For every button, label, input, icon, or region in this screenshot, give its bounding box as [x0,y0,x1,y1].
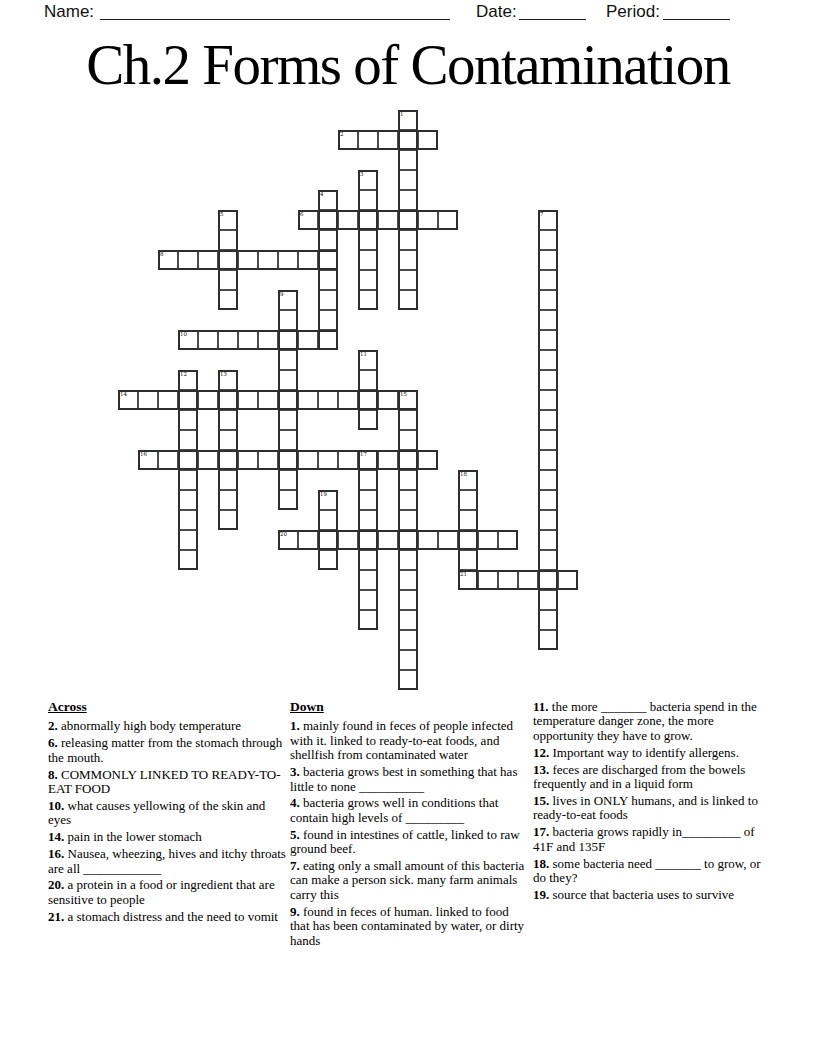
clue-item: 12. Important way to identify allergens. [533,746,773,760]
clue-number: 8 [160,252,163,257]
clue-number: 6 [300,212,303,217]
clue-item: 4. bacteria grows well in conditions tha… [290,796,530,825]
clue-number: 9 [280,292,283,297]
across-clue-list: 2. abnormally high body temperature6. re… [48,719,288,924]
date-blank-line[interactable] [519,4,586,20]
clue-item: 2. abnormally high body temperature [48,719,288,733]
clue-item: 19. source that bacteria uses to survive [533,888,773,902]
clue-item: 6. releasing matter from the stomach thr… [48,736,288,765]
across-clues-column: Across 2. abnormally high body temperatu… [48,700,288,927]
clue-number: 19 [320,492,327,497]
word-outline [178,370,198,570]
clue-item: 20. a protein in a food or ingredient th… [48,878,288,907]
word-outline [358,450,378,630]
clue-number: 13 [220,372,227,377]
clue-number: 5 [220,212,223,217]
clue-item: 3. bacteria grows best in something that… [290,765,530,794]
worksheet-page: Name: Date: Period: Ch.2 Forms of Contam… [0,0,816,1056]
clue-item: 15. lives in ONLY humans, and is linked … [533,794,773,823]
word-outline [538,210,558,650]
word-outline [218,370,238,530]
clue-number: 10 [180,332,187,337]
word-outline [278,290,298,510]
word-outline [158,250,338,270]
clue-number: 2 [340,132,343,137]
clue-item: 17. bacteria grows rapidly in_________ o… [533,825,773,854]
period-label: Period: [606,2,660,22]
word-outline [318,490,338,570]
date-label: Date: [476,2,517,22]
clue-item: 21. a stomach distress and the need to v… [48,910,288,924]
clue-number: 14 [120,392,127,397]
clue-item: 7. eating only a small amount of this ba… [290,859,530,902]
word-outline [398,110,418,310]
clue-number: 7 [540,212,543,217]
crossword-grid: 268101416202113457911121315171819 [118,110,578,690]
word-outline [358,170,378,310]
clue-number: 11 [360,352,367,357]
clue-item: 14. pain in the lower stomach [48,830,288,844]
clue-number: 3 [360,172,363,177]
name-blank-line[interactable] [100,4,450,20]
clue-number: 18 [460,472,467,477]
clue-item: 13. feces are discharged from the bowels… [533,763,773,792]
down-heading: Down [290,700,530,714]
clue-item: 8. COMMONLY LINKED TO READY-TO-EAT FOOD [48,768,288,797]
clue-number: 1 [400,112,403,117]
clue-item: 1. mainly found in feces of people infec… [290,719,530,762]
down-clues-column: Down 1. mainly found in feces of people … [290,700,530,951]
page-title: Ch.2 Forms of Contamination [0,36,816,93]
clue-item: 11. the more _______ bacteria spend in t… [533,700,773,743]
word-outline [218,210,238,310]
clue-item: 9. found in feces of human. linked to fo… [290,905,530,948]
clue-number: 12 [180,372,187,377]
word-outline [358,350,378,430]
down-clues-column-2: 11. the more _______ bacteria spend in t… [533,700,773,905]
clue-number: 15 [400,392,407,397]
clue-item: 18. some bacteria need _______ to grow, … [533,857,773,886]
across-heading: Across [48,700,288,714]
clue-number: 21 [460,572,467,577]
clue-number: 17 [360,452,367,457]
clue-item: 10. what causes yellowing of the skin an… [48,799,288,828]
word-outline [338,130,438,150]
clue-number: 16 [140,452,147,457]
clue-number: 20 [280,532,287,537]
down-clue-list-1: 1. mainly found in feces of people infec… [290,719,530,948]
clue-item: 5. found in intestines of cattle, linked… [290,828,530,857]
clue-item: 16. Nausea, wheezing, hives and itchy th… [48,847,288,876]
down-clue-list-2: 11. the more _______ bacteria spend in t… [533,700,773,902]
clue-number: 4 [320,192,323,197]
name-label: Name: [44,2,94,22]
word-outline [318,190,338,350]
period-blank-line[interactable] [663,4,730,20]
word-outline [398,390,418,690]
word-outline [178,330,338,350]
